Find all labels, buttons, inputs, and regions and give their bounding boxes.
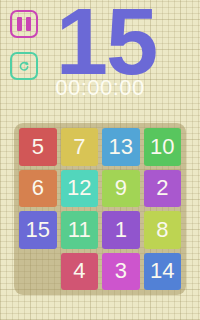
tile-15[interactable]: 15: [19, 211, 57, 249]
tile-6[interactable]: 6: [19, 170, 57, 208]
tile-1[interactable]: 1: [102, 211, 140, 249]
game-screen: 15 00:00:00 571310612921511184314: [0, 0, 200, 320]
empty-cell: [19, 253, 57, 291]
tile-7[interactable]: 7: [61, 128, 99, 166]
tile-13[interactable]: 13: [102, 128, 140, 166]
tile-8[interactable]: 8: [144, 211, 182, 249]
tile-4[interactable]: 4: [61, 253, 99, 291]
tile-3[interactable]: 3: [102, 253, 140, 291]
tile-2[interactable]: 2: [144, 170, 182, 208]
timer-display: 00:00:00: [0, 75, 200, 101]
tile-12[interactable]: 12: [61, 170, 99, 208]
puzzle-board: 571310612921511184314: [14, 123, 186, 295]
tile-11[interactable]: 11: [61, 211, 99, 249]
tile-9[interactable]: 9: [102, 170, 140, 208]
tile-14[interactable]: 14: [144, 253, 182, 291]
tile-5[interactable]: 5: [19, 128, 57, 166]
tile-10[interactable]: 10: [144, 128, 182, 166]
